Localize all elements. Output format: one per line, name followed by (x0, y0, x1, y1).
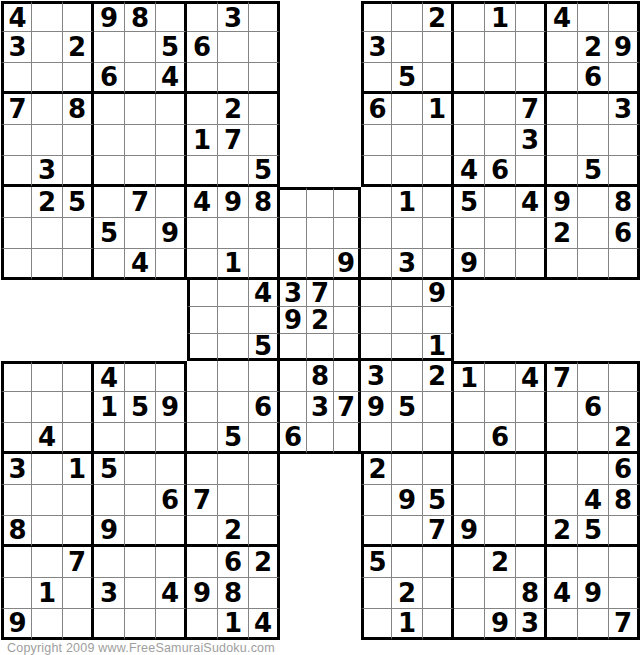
cell-r18c17-empty[interactable] (485, 516, 516, 547)
cell-r8c17-empty[interactable] (485, 218, 516, 249)
cell-r9c19-empty[interactable] (547, 249, 578, 280)
cell-r11c14-empty[interactable] (392, 307, 423, 334)
cell-r13c1-empty[interactable] (1, 361, 32, 392)
cell-r20c7-given: 9 (187, 578, 218, 609)
cell-r2c3-given: 2 (63, 32, 94, 63)
cell-r19c20-empty[interactable] (578, 547, 609, 578)
cell-r21c16-empty[interactable] (454, 609, 485, 640)
cell-r1c2-empty[interactable] (32, 1, 63, 32)
void-area-r2c12 (334, 32, 361, 63)
cell-r5c13-empty[interactable] (361, 125, 392, 156)
void-area-r12c19 (547, 334, 578, 361)
void-area-r3c11 (307, 63, 334, 94)
cell-r5c4-empty[interactable] (94, 125, 125, 156)
void-area-r4c12 (334, 94, 361, 125)
cell-r21c3-empty[interactable] (63, 609, 94, 640)
cell-r16c5-empty[interactable] (125, 454, 156, 485)
cell-r8c15-empty[interactable] (423, 218, 454, 249)
cell-r12c8-empty[interactable] (218, 334, 249, 361)
cell-r1c4-given: 9 (94, 1, 125, 32)
cell-r9c6-empty[interactable] (156, 249, 187, 280)
cell-r13c7-empty[interactable] (187, 361, 218, 392)
cell-r15c2-given: 4 (32, 423, 63, 454)
void-area-r11c20 (578, 307, 609, 334)
cell-r20c17-empty[interactable] (485, 578, 516, 609)
cell-r3c1-empty[interactable] (1, 63, 32, 94)
cell-r13c10-empty[interactable] (280, 361, 307, 392)
cell-r3c2-empty[interactable] (32, 63, 63, 94)
cell-r14c17-empty[interactable] (485, 392, 516, 423)
cell-r20c1-empty[interactable] (1, 578, 32, 609)
cell-r9c9-empty[interactable] (249, 249, 280, 280)
cell-r2c18-empty[interactable] (516, 32, 547, 63)
cell-r6c19-empty[interactable] (547, 156, 578, 187)
cell-r14c3-empty[interactable] (63, 392, 94, 423)
cell-r15c5-empty[interactable] (125, 423, 156, 454)
cell-r19c15-empty[interactable] (423, 547, 454, 578)
cell-r17c8-empty[interactable] (218, 485, 249, 516)
cell-r18c14-empty[interactable] (392, 516, 423, 547)
cell-r15c9-empty[interactable] (249, 423, 280, 454)
cell-r13c18-given: 4 (516, 361, 547, 392)
cell-r10c7-empty[interactable] (187, 280, 218, 307)
cell-r13c3-empty[interactable] (63, 361, 94, 392)
cell-r12c10-empty[interactable] (280, 334, 307, 361)
cell-r16c17-empty[interactable] (485, 454, 516, 485)
cell-r18c6-empty[interactable] (156, 516, 187, 547)
cell-r3c19-empty[interactable] (547, 63, 578, 94)
cell-r20c16-empty[interactable] (454, 578, 485, 609)
cell-r9c21-empty[interactable] (609, 249, 640, 280)
cell-r9c13-empty[interactable] (361, 249, 392, 280)
cell-r8c13-empty[interactable] (361, 218, 392, 249)
cell-r6c17-given: 6 (485, 156, 516, 187)
cell-r21c4-empty[interactable] (94, 609, 125, 640)
cell-r5c19-empty[interactable] (547, 125, 578, 156)
cell-r6c18-empty[interactable] (516, 156, 547, 187)
cell-r11c8-empty[interactable] (218, 307, 249, 334)
cell-r3c18-empty[interactable] (516, 63, 547, 94)
cell-r5c3-empty[interactable] (63, 125, 94, 156)
cell-r18c4-given: 9 (94, 516, 125, 547)
cell-r12c12-empty[interactable] (334, 334, 361, 361)
cell-r21c13-empty[interactable] (361, 609, 392, 640)
void-area-r11c4 (94, 307, 125, 334)
cell-r4c2-empty[interactable] (32, 94, 63, 125)
cell-r12c11-empty[interactable] (307, 334, 334, 361)
cell-r5c16-empty[interactable] (454, 125, 485, 156)
cell-r11c13-empty[interactable] (361, 307, 392, 334)
cell-r13c2-empty[interactable] (32, 361, 63, 392)
cell-r21c15-empty[interactable] (423, 609, 454, 640)
cell-r9c1-empty[interactable] (1, 249, 32, 280)
cell-r5c14-empty[interactable] (392, 125, 423, 156)
cell-r20c21-empty[interactable] (609, 578, 640, 609)
cell-r17c4-empty[interactable] (94, 485, 125, 516)
cell-r8c16-empty[interactable] (454, 218, 485, 249)
cell-r16c8-empty[interactable] (218, 454, 249, 485)
void-area-r6c11 (307, 156, 334, 187)
cell-r18c5-empty[interactable] (125, 516, 156, 547)
cell-r5c5-empty[interactable] (125, 125, 156, 156)
cell-r3c13-empty[interactable] (361, 63, 392, 94)
void-area-r10c17 (485, 280, 516, 307)
cell-r9c3-empty[interactable] (63, 249, 94, 280)
cell-r17c1-empty[interactable] (1, 485, 32, 516)
cell-r13c17-empty[interactable] (485, 361, 516, 392)
cell-r21c7-empty[interactable] (187, 609, 218, 640)
cell-r15c10-given: 6 (280, 423, 307, 454)
cell-r3c9-empty[interactable] (249, 63, 280, 94)
cell-r19c7-empty[interactable] (187, 547, 218, 578)
cell-r12c14-empty[interactable] (392, 334, 423, 361)
cell-r16c19-empty[interactable] (547, 454, 578, 485)
cell-r12c13-empty[interactable] (361, 334, 392, 361)
cell-r12c15-given: 1 (423, 334, 454, 361)
cell-r15c12-empty[interactable] (334, 423, 361, 454)
cell-r7c13-empty[interactable] (361, 187, 392, 218)
cell-r20c8-given: 8 (218, 578, 249, 609)
void-area-r12c21 (609, 334, 640, 361)
cell-r15c13-empty[interactable] (361, 423, 392, 454)
cell-r17c9-empty[interactable] (249, 485, 280, 516)
cell-r9c10-empty[interactable] (280, 249, 307, 280)
cell-r4c4-empty[interactable] (94, 94, 125, 125)
cell-r18c7-empty[interactable] (187, 516, 218, 547)
cell-r15c18-empty[interactable] (516, 423, 547, 454)
cell-r8c11-empty[interactable] (307, 218, 334, 249)
cell-r7c9-given: 8 (249, 187, 280, 218)
cell-r3c21-empty[interactable] (609, 63, 640, 94)
cell-r21c20-empty[interactable] (578, 609, 609, 640)
cell-r15c20-empty[interactable] (578, 423, 609, 454)
cell-r15c3-empty[interactable] (63, 423, 94, 454)
cell-r13c15-given: 2 (423, 361, 454, 392)
cell-r7c10-empty[interactable] (280, 187, 307, 218)
cell-r17c14-given: 9 (392, 485, 423, 516)
cell-r11c7-empty[interactable] (187, 307, 218, 334)
cell-r16c15-empty[interactable] (423, 454, 454, 485)
cell-r17c5-empty[interactable] (125, 485, 156, 516)
cell-r8c9-empty[interactable] (249, 218, 280, 249)
cell-r16c2-empty[interactable] (32, 454, 63, 485)
cell-r8c12-empty[interactable] (334, 218, 361, 249)
cell-r4c17-empty[interactable] (485, 94, 516, 125)
cell-r18c9-empty[interactable] (249, 516, 280, 547)
cell-r7c20-empty[interactable] (578, 187, 609, 218)
cell-r9c7-empty[interactable] (187, 249, 218, 280)
cell-r1c18-empty[interactable] (516, 1, 547, 32)
cell-r19c6-empty[interactable] (156, 547, 187, 578)
cell-r15c14-empty[interactable] (392, 423, 423, 454)
cell-r15c4-empty[interactable] (94, 423, 125, 454)
cell-r9c17-empty[interactable] (485, 249, 516, 280)
cell-r9c18-empty[interactable] (516, 249, 547, 280)
cell-r5c6-empty[interactable] (156, 125, 187, 156)
cell-r5c15-empty[interactable] (423, 125, 454, 156)
cell-r8c10-empty[interactable] (280, 218, 307, 249)
cell-r17c17-empty[interactable] (485, 485, 516, 516)
cell-r18c21-empty[interactable] (609, 516, 640, 547)
cell-r4c20-empty[interactable] (578, 94, 609, 125)
cell-r1c9-empty[interactable] (249, 1, 280, 32)
cell-r9c4-empty[interactable] (94, 249, 125, 280)
cell-r11c12-empty[interactable] (334, 307, 361, 334)
cell-r15c11-empty[interactable] (307, 423, 334, 454)
cell-r10c14-empty[interactable] (392, 280, 423, 307)
cell-r16c20-empty[interactable] (578, 454, 609, 485)
cell-r20c15-empty[interactable] (423, 578, 454, 609)
cell-r11c15-empty[interactable] (423, 307, 454, 334)
cell-r19c18-empty[interactable] (516, 547, 547, 578)
cell-r1c19-given: 4 (547, 1, 578, 32)
cell-r16c9-empty[interactable] (249, 454, 280, 485)
void-area-r12c2 (32, 334, 63, 361)
cell-r18c3-empty[interactable] (63, 516, 94, 547)
cell-r6c5-empty[interactable] (125, 156, 156, 187)
void-area-r11c3 (63, 307, 94, 334)
cell-r1c7-empty[interactable] (187, 1, 218, 32)
cell-r8c7-empty[interactable] (187, 218, 218, 249)
cell-r14c2-empty[interactable] (32, 392, 63, 423)
cell-r3c17-empty[interactable] (485, 63, 516, 94)
cell-r14c1-empty[interactable] (1, 392, 32, 423)
cell-r6c8-empty[interactable] (218, 156, 249, 187)
cell-r21c5-empty[interactable] (125, 609, 156, 640)
cell-r6c21-empty[interactable] (609, 156, 640, 187)
cell-r18c18-empty[interactable] (516, 516, 547, 547)
cell-r20c5-empty[interactable] (125, 578, 156, 609)
cell-r9c16-given: 9 (454, 249, 485, 280)
cell-r17c3-empty[interactable] (63, 485, 94, 516)
void-area-r3c10 (280, 63, 307, 94)
cell-r1c6-empty[interactable] (156, 1, 187, 32)
cell-r4c14-empty[interactable] (392, 94, 423, 125)
cell-r3c7-empty[interactable] (187, 63, 218, 94)
cell-r21c2-empty[interactable] (32, 609, 63, 640)
void-area-r5c11 (307, 125, 334, 156)
cell-r1c14-empty[interactable] (392, 1, 423, 32)
void-area-r12c17 (485, 334, 516, 361)
cell-r15c6-empty[interactable] (156, 423, 187, 454)
cell-r18c13-empty[interactable] (361, 516, 392, 547)
cell-r15c1-empty[interactable] (1, 423, 32, 454)
cell-r19c21-empty[interactable] (609, 547, 640, 578)
cell-r18c20-given: 5 (578, 516, 609, 547)
cell-r13c21-empty[interactable] (609, 361, 640, 392)
cell-r6c6-empty[interactable] (156, 156, 187, 187)
cell-r4c15-given: 1 (423, 94, 454, 125)
cell-r4c3-given: 8 (63, 94, 94, 125)
cell-r6c1-empty[interactable] (1, 156, 32, 187)
cell-r16c1-given: 3 (1, 454, 32, 485)
cell-r3c16-empty[interactable] (454, 63, 485, 94)
cell-r2c16-empty[interactable] (454, 32, 485, 63)
cell-r10c13-empty[interactable] (361, 280, 392, 307)
cell-r9c20-empty[interactable] (578, 249, 609, 280)
cell-r7c17-empty[interactable] (485, 187, 516, 218)
cell-r4c5-empty[interactable] (125, 94, 156, 125)
cell-r17c2-empty[interactable] (32, 485, 63, 516)
cell-r2c14-empty[interactable] (392, 32, 423, 63)
cell-r8c14-empty[interactable] (392, 218, 423, 249)
cell-r5c21-empty[interactable] (609, 125, 640, 156)
cell-r6c3-empty[interactable] (63, 156, 94, 187)
cell-r14c12-given: 7 (334, 392, 361, 423)
cell-r7c4-empty[interactable] (94, 187, 125, 218)
void-area-r10c21 (609, 280, 640, 307)
void-area-r12c5 (125, 334, 156, 361)
cell-r11c9-empty[interactable] (249, 307, 280, 334)
cell-r2c1-given: 3 (1, 32, 32, 63)
cell-r19c19-empty[interactable] (547, 547, 578, 578)
cell-r8c5-empty[interactable] (125, 218, 156, 249)
cell-r6c15-empty[interactable] (423, 156, 454, 187)
cell-r15c19-empty[interactable] (547, 423, 578, 454)
cell-r2c5-empty[interactable] (125, 32, 156, 63)
cell-r8c2-empty[interactable] (32, 218, 63, 249)
cell-r19c14-empty[interactable] (392, 547, 423, 578)
cell-r20c3-empty[interactable] (63, 578, 94, 609)
cell-r1c3-empty[interactable] (63, 1, 94, 32)
cell-r19c5-empty[interactable] (125, 547, 156, 578)
cell-r9c15-empty[interactable] (423, 249, 454, 280)
cell-r1c5-given: 8 (125, 1, 156, 32)
void-area-r11c21 (609, 307, 640, 334)
cell-r5c1-empty[interactable] (1, 125, 32, 156)
cell-r7c6-empty[interactable] (156, 187, 187, 218)
cell-r3c3-empty[interactable] (63, 63, 94, 94)
cell-r3c8-empty[interactable] (218, 63, 249, 94)
cell-r1c21-empty[interactable] (609, 1, 640, 32)
void-area-r20c11 (307, 578, 334, 609)
cell-r2c15-empty[interactable] (423, 32, 454, 63)
void-area-r12c6 (156, 334, 187, 361)
cell-r14c8-empty[interactable] (218, 392, 249, 423)
cell-r2c4-empty[interactable] (94, 32, 125, 63)
cell-r2c17-empty[interactable] (485, 32, 516, 63)
cell-r13c14-empty[interactable] (392, 361, 423, 392)
cell-r5c20-empty[interactable] (578, 125, 609, 156)
void-area-r11c17 (485, 307, 516, 334)
cell-r13c20-empty[interactable] (578, 361, 609, 392)
cell-r12c7-empty[interactable] (187, 334, 218, 361)
cell-r8c3-empty[interactable] (63, 218, 94, 249)
cell-r17c19-empty[interactable] (547, 485, 578, 516)
cell-r15c7-empty[interactable] (187, 423, 218, 454)
cell-r7c1-empty[interactable] (1, 187, 32, 218)
cell-r4c6-empty[interactable] (156, 94, 187, 125)
cell-r9c11-empty[interactable] (307, 249, 334, 280)
cell-r9c2-empty[interactable] (32, 249, 63, 280)
cell-r4c9-empty[interactable] (249, 94, 280, 125)
cell-r13c6-empty[interactable] (156, 361, 187, 392)
cell-r14c19-empty[interactable] (547, 392, 578, 423)
cell-r19c2-empty[interactable] (32, 547, 63, 578)
cell-r4c16-empty[interactable] (454, 94, 485, 125)
cell-r1c13-empty[interactable] (361, 1, 392, 32)
cell-r14c15-empty[interactable] (423, 392, 454, 423)
cell-r2c6-given: 5 (156, 32, 187, 63)
cell-r10c8-empty[interactable] (218, 280, 249, 307)
cell-r3c5-empty[interactable] (125, 63, 156, 94)
cell-r16c16-empty[interactable] (454, 454, 485, 485)
cell-r7c12-empty[interactable] (334, 187, 361, 218)
cell-r5c17-empty[interactable] (485, 125, 516, 156)
cell-r1c16-empty[interactable] (454, 1, 485, 32)
cell-r17c13-empty[interactable] (361, 485, 392, 516)
cell-r5c2-empty[interactable] (32, 125, 63, 156)
void-area-r6c12 (334, 156, 361, 187)
cell-r21c6-empty[interactable] (156, 609, 187, 640)
cell-r13c12-empty[interactable] (334, 361, 361, 392)
cell-r7c11-empty[interactable] (307, 187, 334, 218)
cell-r6c14-empty[interactable] (392, 156, 423, 187)
cell-r13c9-empty[interactable] (249, 361, 280, 392)
cell-r19c4-empty[interactable] (94, 547, 125, 578)
cell-r17c15-given: 5 (423, 485, 454, 516)
cell-r16c14-empty[interactable] (392, 454, 423, 485)
cell-r4c7-empty[interactable] (187, 94, 218, 125)
cell-r13c5-empty[interactable] (125, 361, 156, 392)
cell-r6c4-empty[interactable] (94, 156, 125, 187)
cell-r3c15-empty[interactable] (423, 63, 454, 94)
cell-r15c15-empty[interactable] (423, 423, 454, 454)
cell-r14c16-empty[interactable] (454, 392, 485, 423)
cell-r17c16-empty[interactable] (454, 485, 485, 516)
cell-r18c2-empty[interactable] (32, 516, 63, 547)
cell-r13c8-empty[interactable] (218, 361, 249, 392)
cell-r14c13-given: 9 (361, 392, 392, 423)
cell-r17c18-empty[interactable] (516, 485, 547, 516)
cell-r6c13-empty[interactable] (361, 156, 392, 187)
cell-r10c12-empty[interactable] (334, 280, 361, 307)
cell-r6c7-empty[interactable] (187, 156, 218, 187)
cell-r20c18-given: 8 (516, 578, 547, 609)
cell-r15c16-empty[interactable] (454, 423, 485, 454)
cell-r2c2-empty[interactable] (32, 32, 63, 63)
cell-r16c6-empty[interactable] (156, 454, 187, 485)
cell-r16c7-empty[interactable] (187, 454, 218, 485)
cell-r2c9-empty[interactable] (249, 32, 280, 63)
cell-r8c1-empty[interactable] (1, 218, 32, 249)
cell-r19c1-empty[interactable] (1, 547, 32, 578)
cell-r8c20-empty[interactable] (578, 218, 609, 249)
cell-r16c18-empty[interactable] (516, 454, 547, 485)
cell-r14c4-given: 1 (94, 392, 125, 423)
cell-r4c19-empty[interactable] (547, 94, 578, 125)
cell-r14c7-empty[interactable] (187, 392, 218, 423)
cell-r14c18-empty[interactable] (516, 392, 547, 423)
cell-r5c9-empty[interactable] (249, 125, 280, 156)
cell-r5c7-given: 1 (187, 125, 218, 156)
cell-r7c15-empty[interactable] (423, 187, 454, 218)
cell-r14c21-empty[interactable] (609, 392, 640, 423)
cell-r14c10-empty[interactable] (280, 392, 307, 423)
cell-r8c8-empty[interactable] (218, 218, 249, 249)
cell-r1c20-empty[interactable] (578, 1, 609, 32)
void-area-r11c6 (156, 307, 187, 334)
cell-r20c9-empty[interactable] (249, 578, 280, 609)
cell-r19c16-empty[interactable] (454, 547, 485, 578)
cell-r8c18-empty[interactable] (516, 218, 547, 249)
cell-r21c19-empty[interactable] (547, 609, 578, 640)
cell-r18c1-given: 8 (1, 516, 32, 547)
cell-r20c13-empty[interactable] (361, 578, 392, 609)
cell-r2c8-empty[interactable] (218, 32, 249, 63)
cell-r2c19-empty[interactable] (547, 32, 578, 63)
cell-r19c13-given: 5 (361, 547, 392, 578)
